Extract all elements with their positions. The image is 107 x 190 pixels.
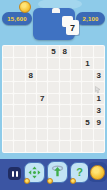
cell-r1-c6[interactable]: 8 <box>60 46 70 57</box>
cell-r6-c8[interactable] <box>82 105 92 116</box>
cell-r5-c2[interactable] <box>14 94 24 105</box>
cell-r3-c2[interactable] <box>14 70 24 81</box>
cell-r5-c4[interactable]: 7 <box>37 94 47 105</box>
cell-r9-c1[interactable] <box>3 141 13 152</box>
cell-r6-c1[interactable] <box>3 105 13 116</box>
cell-r4-c4[interactable] <box>37 82 47 93</box>
next-tile-number: 7 <box>70 23 75 33</box>
cell-r8-c9[interactable] <box>94 129 104 140</box>
cell-r5-c5[interactable] <box>48 94 58 105</box>
cell-r6-c3[interactable] <box>26 105 36 116</box>
bottom-toolbar: ? <box>0 159 107 190</box>
cell-r2-c1[interactable] <box>3 58 13 69</box>
cell-r9-c9[interactable] <box>94 141 104 152</box>
question-mark-icon: ? <box>76 167 83 178</box>
cell-r5-c3[interactable] <box>26 94 36 105</box>
sudoku-board: 5818371359 <box>2 45 105 153</box>
cell-r8-c2[interactable] <box>14 129 24 140</box>
dispenser-slot <box>52 8 60 13</box>
cell-r5-c8[interactable] <box>82 94 92 105</box>
cell-r9-c7[interactable] <box>71 141 81 152</box>
cell-r7-c2[interactable] <box>14 117 24 128</box>
booster-price-coin <box>70 178 76 184</box>
booster-price-coin <box>24 178 30 184</box>
cell-r7-c6[interactable] <box>60 117 70 128</box>
cell-r3-c8[interactable] <box>82 70 92 81</box>
score-label: 2,100 <box>82 16 98 22</box>
up-arrow-ring-icon <box>51 165 64 179</box>
cell-r8-c8[interactable] <box>82 129 92 140</box>
cell-r1-c3[interactable] <box>26 46 36 57</box>
cell-r5-c9[interactable]: 1 <box>94 94 104 105</box>
cell-r2-c9[interactable] <box>94 58 104 69</box>
cell-r1-c5[interactable]: 5 <box>48 46 58 57</box>
cell-r6-c5[interactable] <box>48 105 58 116</box>
cell-r3-c4[interactable] <box>37 70 47 81</box>
cell-r4-c1[interactable] <box>3 82 13 93</box>
cell-r9-c4[interactable] <box>37 141 47 152</box>
cell-r1-c4[interactable] <box>37 46 47 57</box>
four-arrows-icon <box>28 166 41 179</box>
cell-r3-c9[interactable]: 3 <box>94 70 104 81</box>
game-screen: 15,600 2,100 7 5818371359 <box>0 0 107 190</box>
cell-r2-c5[interactable] <box>48 58 58 69</box>
mouse-cursor-icon <box>95 86 101 94</box>
cell-r8-c5[interactable] <box>48 129 58 140</box>
cell-r6-c6[interactable] <box>60 105 70 116</box>
board-grid: 5818371359 <box>3 46 104 152</box>
booster-price-coin <box>47 178 53 184</box>
cell-r4-c8[interactable] <box>82 82 92 93</box>
coin-count-label: 15,600 <box>7 16 27 22</box>
gold-coin-icon <box>90 165 105 180</box>
cell-r8-c4[interactable] <box>37 129 47 140</box>
cell-r7-c7[interactable] <box>71 117 81 128</box>
cell-r2-c8[interactable]: 1 <box>82 58 92 69</box>
cell-r6-c4[interactable] <box>37 105 47 116</box>
cell-r1-c8[interactable] <box>82 46 92 57</box>
cell-r9-c6[interactable] <box>60 141 70 152</box>
cell-r4-c6[interactable] <box>60 82 70 93</box>
cell-r2-c6[interactable] <box>60 58 70 69</box>
cell-r7-c8[interactable]: 5 <box>82 117 92 128</box>
cell-r8-c1[interactable] <box>3 129 13 140</box>
cell-r3-c3[interactable]: 8 <box>26 70 36 81</box>
cell-r1-c9[interactable] <box>94 46 104 57</box>
cell-r4-c7[interactable] <box>71 82 81 93</box>
cell-r3-c5[interactable] <box>48 70 58 81</box>
cell-r5-c7[interactable] <box>71 94 81 105</box>
cell-r4-c3[interactable] <box>26 82 36 93</box>
move-booster-button[interactable] <box>24 162 45 183</box>
cell-r8-c3[interactable] <box>26 129 36 140</box>
cell-r3-c1[interactable] <box>3 70 13 81</box>
cell-r7-c1[interactable] <box>3 117 13 128</box>
cell-r6-c9[interactable]: 3 <box>94 105 104 116</box>
cell-r1-c2[interactable] <box>14 46 24 57</box>
cell-r3-c7[interactable] <box>71 70 81 81</box>
extract-booster-button[interactable] <box>47 161 68 183</box>
cell-r9-c2[interactable] <box>14 141 24 152</box>
cell-r7-c4[interactable] <box>37 117 47 128</box>
pause-button[interactable] <box>8 167 21 180</box>
coin-icon <box>19 1 31 13</box>
cell-r9-c8[interactable] <box>82 141 92 152</box>
cell-r1-c1[interactable] <box>3 46 13 57</box>
cell-r1-c7[interactable] <box>71 46 81 57</box>
cell-r2-c7[interactable] <box>71 58 81 69</box>
coin-shop-button[interactable] <box>88 162 107 182</box>
cell-r8-c7[interactable] <box>71 129 81 140</box>
hint-booster-button[interactable]: ? <box>70 162 89 183</box>
cell-r4-c5[interactable] <box>48 82 58 93</box>
cell-r5-c6[interactable] <box>60 94 70 105</box>
pause-icon <box>12 171 14 177</box>
cell-r6-c7[interactable] <box>71 105 81 116</box>
cell-r7-c3[interactable] <box>26 117 36 128</box>
cell-r4-c2[interactable] <box>14 82 24 93</box>
cell-r8-c6[interactable] <box>60 129 70 140</box>
cell-r7-c5[interactable] <box>48 117 58 128</box>
cell-r2-c4[interactable] <box>37 58 47 69</box>
cell-r6-c2[interactable] <box>14 105 24 116</box>
cell-r7-c9[interactable]: 9 <box>94 117 104 128</box>
cell-r9-c3[interactable] <box>26 141 36 152</box>
cell-r2-c3[interactable] <box>26 58 36 69</box>
score-badge: 2,100 <box>76 12 105 25</box>
cell-r3-c6[interactable] <box>60 70 70 81</box>
cell-r2-c2[interactable] <box>14 58 24 69</box>
next-tile[interactable]: 7 <box>66 20 79 35</box>
coin-counter-badge: 15,600 <box>2 12 32 25</box>
cell-r9-c5[interactable] <box>48 141 58 152</box>
cell-r5-c1[interactable] <box>3 94 13 105</box>
